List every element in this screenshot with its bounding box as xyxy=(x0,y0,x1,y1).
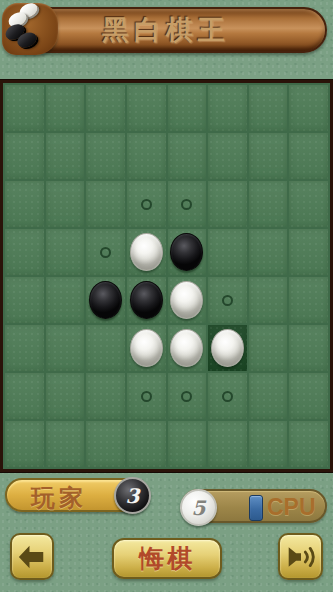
undo-button[interactable]: 悔棋 xyxy=(112,538,222,579)
board-cell-e4[interactable] xyxy=(168,229,207,275)
board-cell-h2[interactable] xyxy=(289,133,328,179)
board-cell-h4[interactable] xyxy=(289,229,328,275)
board-cell-h3[interactable] xyxy=(289,181,328,227)
board-grid xyxy=(0,80,333,472)
legal-move-hint[interactable] xyxy=(181,199,192,210)
legal-move-hint[interactable] xyxy=(100,247,111,258)
board-cell-d4[interactable] xyxy=(127,229,166,275)
back-button[interactable] xyxy=(10,533,54,580)
back-arrow-icon xyxy=(17,542,47,572)
board-cell-h8[interactable] xyxy=(289,421,328,467)
board-cell-c8[interactable] xyxy=(86,421,125,467)
board-cell-c6[interactable] xyxy=(86,325,125,371)
board-cell-a1[interactable] xyxy=(5,85,44,131)
cpu-device-icon xyxy=(249,495,263,521)
board-cell-b6[interactable] xyxy=(46,325,85,371)
board-cell-b3[interactable] xyxy=(46,181,85,227)
board-cell-d6[interactable] xyxy=(127,325,166,371)
board-cell-c4[interactable] xyxy=(86,229,125,275)
player-count: 3 xyxy=(126,484,140,508)
board-cell-f3[interactable] xyxy=(208,181,247,227)
white-disc xyxy=(170,281,203,320)
board-cell-d3[interactable] xyxy=(127,181,166,227)
black-disc xyxy=(170,233,203,272)
board-cell-a5[interactable] xyxy=(5,277,44,323)
cpu-count: 5 xyxy=(192,496,206,520)
board-cell-g1[interactable] xyxy=(249,85,288,131)
board-cell-g8[interactable] xyxy=(249,421,288,467)
board-cell-c2[interactable] xyxy=(86,133,125,179)
legal-move-hint[interactable] xyxy=(141,199,152,210)
legal-move-hint[interactable] xyxy=(181,391,192,402)
board-cell-a7[interactable] xyxy=(5,373,44,419)
board-cell-f7[interactable] xyxy=(208,373,247,419)
white-disc xyxy=(130,233,163,272)
board-cell-a8[interactable] xyxy=(5,421,44,467)
white-disc xyxy=(211,329,244,368)
board-cell-b2[interactable] xyxy=(46,133,85,179)
player-score-panel: 玩家 3 xyxy=(5,478,148,512)
board-cell-d1[interactable] xyxy=(127,85,166,131)
board-cell-g2[interactable] xyxy=(249,133,288,179)
board-cell-f2[interactable] xyxy=(208,133,247,179)
board-cell-c1[interactable] xyxy=(86,85,125,131)
board-cell-d2[interactable] xyxy=(127,133,166,179)
player-label: 玩家 xyxy=(31,482,87,514)
speaker-icon xyxy=(285,542,317,572)
board-cell-c3[interactable] xyxy=(86,181,125,227)
board-cell-c7[interactable] xyxy=(86,373,125,419)
board-cell-b1[interactable] xyxy=(46,85,85,131)
sound-button[interactable] xyxy=(278,533,323,580)
board-cell-h6[interactable] xyxy=(289,325,328,371)
app-title: 黑白棋王 xyxy=(102,12,230,48)
white-disc xyxy=(130,329,163,368)
board-cell-g7[interactable] xyxy=(249,373,288,419)
board-cell-e3[interactable] xyxy=(168,181,207,227)
legal-move-hint[interactable] xyxy=(222,391,233,402)
board-cell-d7[interactable] xyxy=(127,373,166,419)
board-cell-g4[interactable] xyxy=(249,229,288,275)
board-cell-e5[interactable] xyxy=(168,277,207,323)
board-cell-b7[interactable] xyxy=(46,373,85,419)
cpu-score-panel: 5 CPU xyxy=(181,489,327,523)
black-disc xyxy=(130,281,163,320)
board-cell-e7[interactable] xyxy=(168,373,207,419)
board-cell-f8[interactable] xyxy=(208,421,247,467)
cpu-label: CPU xyxy=(267,494,316,521)
board-cell-g5[interactable] xyxy=(249,277,288,323)
board-cell-e1[interactable] xyxy=(168,85,207,131)
board-cell-h5[interactable] xyxy=(289,277,328,323)
cpu-white-disc-count: 5 xyxy=(180,489,217,526)
board-cell-d8[interactable] xyxy=(127,421,166,467)
undo-button-label: 悔棋 xyxy=(139,542,195,575)
board-cell-a4[interactable] xyxy=(5,229,44,275)
board-cell-f4[interactable] xyxy=(208,229,247,275)
board-cell-f1[interactable] xyxy=(208,85,247,131)
board-cell-h7[interactable] xyxy=(289,373,328,419)
board-cell-e6[interactable] xyxy=(168,325,207,371)
board-cell-g6[interactable] xyxy=(249,325,288,371)
board-cell-b8[interactable] xyxy=(46,421,85,467)
board-cell-e8[interactable] xyxy=(168,421,207,467)
board-cell-a3[interactable] xyxy=(5,181,44,227)
board-cell-g3[interactable] xyxy=(249,181,288,227)
player-black-disc-count: 3 xyxy=(114,477,151,514)
legal-move-hint[interactable] xyxy=(222,295,233,306)
board-cell-h1[interactable] xyxy=(289,85,328,131)
board-cell-a2[interactable] xyxy=(5,133,44,179)
board-cell-f6[interactable] xyxy=(208,325,247,371)
legal-move-hint[interactable] xyxy=(141,391,152,402)
board-cell-e2[interactable] xyxy=(168,133,207,179)
black-disc xyxy=(89,281,122,320)
board-cell-f5[interactable] xyxy=(208,277,247,323)
othello-app-screen: 黑白棋王 玩家 3 5 CPU 悔棋 xyxy=(0,0,333,592)
white-disc xyxy=(170,329,203,368)
board-cell-d5[interactable] xyxy=(127,277,166,323)
board-cell-b4[interactable] xyxy=(46,229,85,275)
board-cell-c5[interactable] xyxy=(86,277,125,323)
board-cell-b5[interactable] xyxy=(46,277,85,323)
board-cell-a6[interactable] xyxy=(5,325,44,371)
